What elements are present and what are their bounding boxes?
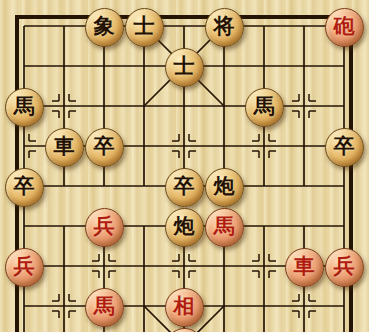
piece-black-elephant[interactable]: 象 (85, 8, 124, 47)
piece-glyph: 卒 (94, 136, 115, 157)
piece-black-general[interactable]: 将 (205, 8, 244, 47)
piece-black-cannon[interactable]: 炮 (165, 208, 204, 247)
cell-file3-rank4: 卒 (84, 126, 124, 166)
piece-glyph: 兵 (94, 216, 115, 237)
piece-red-horse[interactable]: 馬 (205, 208, 244, 247)
cell-file6-rank1: 将 (204, 6, 244, 46)
piece-black-chariot[interactable]: 車 (45, 128, 84, 167)
cell-file7-rank3: 馬 (244, 86, 284, 126)
piece-glyph: 馬 (14, 96, 35, 117)
piece-red-horse[interactable]: 馬 (85, 288, 124, 327)
cell-file1-rank5: 卒 (4, 166, 44, 206)
cell-file9-rank4: 卒 (324, 126, 364, 166)
piece-black-soldier[interactable]: 卒 (325, 128, 364, 167)
piece-glyph: 馬 (214, 216, 235, 237)
piece-glyph: 車 (54, 136, 75, 157)
cell-file2-rank4: 車 (44, 126, 84, 166)
piece-red-cannon[interactable]: 砲 (325, 8, 364, 47)
piece-black-soldier[interactable]: 卒 (85, 128, 124, 167)
piece-glyph: 兵 (334, 256, 355, 277)
piece-black-horse[interactable]: 馬 (245, 88, 284, 127)
piece-glyph: 炮 (214, 176, 235, 197)
piece-glyph: 炮 (174, 216, 195, 237)
cell-file4-rank1: 士 (124, 6, 164, 46)
board-pieces-grid: 象士将砲士馬馬車卒卒卒卒炮兵炮馬兵車兵馬相 (4, 6, 364, 332)
xiangqi-board: 象士将砲士馬馬車卒卒卒卒炮兵炮馬兵車兵馬相 (0, 0, 369, 332)
piece-glyph: 卒 (334, 136, 355, 157)
piece-red-soldier[interactable]: 兵 (85, 208, 124, 247)
cell-file5-rank5: 卒 (164, 166, 204, 206)
piece-glyph: 卒 (14, 176, 35, 197)
piece-black-advisor[interactable]: 士 (125, 8, 164, 47)
piece-glyph: 車 (294, 256, 315, 277)
cell-file5-rank6: 炮 (164, 206, 204, 246)
piece-glyph: 相 (174, 296, 195, 317)
piece-black-advisor[interactable]: 士 (165, 48, 204, 87)
cell-file8-rank7: 車 (284, 246, 324, 286)
piece-glyph: 象 (94, 16, 115, 37)
cell-file1-rank3: 馬 (4, 86, 44, 126)
cell-file3-rank1: 象 (84, 6, 124, 46)
piece-glyph: 卒 (174, 176, 195, 197)
cell-file3-rank6: 兵 (84, 206, 124, 246)
cell-file3-rank8: 馬 (84, 286, 124, 326)
piece-red-elephant[interactable]: 相 (165, 288, 204, 327)
piece-black-soldier[interactable]: 卒 (165, 168, 204, 207)
piece-glyph: 士 (174, 56, 195, 77)
piece-glyph: 将 (214, 16, 235, 37)
cell-file6-rank5: 炮 (204, 166, 244, 206)
cell-file5-rank8: 相 (164, 286, 204, 326)
cell-file9-rank1: 砲 (324, 6, 364, 46)
piece-black-soldier[interactable]: 卒 (5, 168, 44, 207)
piece-red-soldier[interactable]: 兵 (325, 248, 364, 287)
cell-file5-rank9 (164, 326, 204, 332)
piece-glyph: 砲 (334, 16, 355, 37)
piece-glyph: 馬 (94, 296, 115, 317)
cell-file1-rank7: 兵 (4, 246, 44, 286)
piece-red-soldier[interactable]: 兵 (5, 248, 44, 287)
cell-file6-rank6: 馬 (204, 206, 244, 246)
piece-red-chariot[interactable]: 車 (285, 248, 324, 287)
piece-red-cropped-piece[interactable] (165, 328, 204, 332)
cell-file5-rank2: 士 (164, 46, 204, 86)
piece-black-cannon[interactable]: 炮 (205, 168, 244, 207)
piece-glyph: 馬 (254, 96, 275, 117)
piece-black-horse[interactable]: 馬 (5, 88, 44, 127)
cell-file9-rank7: 兵 (324, 246, 364, 286)
piece-glyph: 士 (134, 16, 155, 37)
piece-glyph: 兵 (14, 256, 35, 277)
